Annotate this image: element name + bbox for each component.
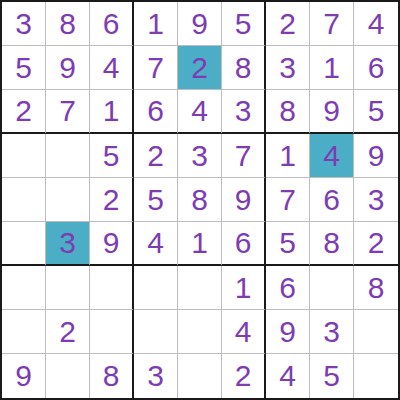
sudoku-cell-r6c4[interactable]: 4: [134, 222, 178, 266]
sudoku-cell-r5c2[interactable]: [46, 178, 90, 222]
sudoku-cell-r2c9[interactable]: 6: [354, 46, 398, 90]
sudoku-cell-r4c3[interactable]: 5: [90, 134, 134, 178]
sudoku-cell-r6c9[interactable]: 2: [354, 222, 398, 266]
sudoku-cell-r1c6[interactable]: 5: [222, 2, 266, 46]
sudoku-cell-r7c2[interactable]: [46, 266, 90, 310]
sudoku-cell-r8c3[interactable]: [90, 310, 134, 354]
sudoku-cell-r3c1[interactable]: 2: [2, 90, 46, 134]
sudoku-cell-r8c1[interactable]: [2, 310, 46, 354]
sudoku-cell-r3c7[interactable]: 8: [266, 90, 310, 134]
sudoku-cell-r5c4[interactable]: 5: [134, 178, 178, 222]
sudoku-cell-r8c9[interactable]: [354, 310, 398, 354]
sudoku-cell-r8c5[interactable]: [178, 310, 222, 354]
sudoku-cell-r5c5[interactable]: 8: [178, 178, 222, 222]
sudoku-cell-r1c7[interactable]: 2: [266, 2, 310, 46]
sudoku-cell-r6c3[interactable]: 9: [90, 222, 134, 266]
sudoku-cell-r7c6[interactable]: 1: [222, 266, 266, 310]
sudoku-cell-r2c5[interactable]: 2: [178, 46, 222, 90]
sudoku-cell-r7c9[interactable]: 8: [354, 266, 398, 310]
sudoku-cell-r2c2[interactable]: 9: [46, 46, 90, 90]
sudoku-board: 3861952745947283162716438955237149258976…: [0, 0, 400, 400]
sudoku-cell-r1c2[interactable]: 8: [46, 2, 90, 46]
sudoku-cell-r7c3[interactable]: [90, 266, 134, 310]
sudoku-cell-r9c7[interactable]: 4: [266, 354, 310, 398]
sudoku-cell-r1c5[interactable]: 9: [178, 2, 222, 46]
sudoku-cell-r4c5[interactable]: 3: [178, 134, 222, 178]
sudoku-cell-r3c5[interactable]: 4: [178, 90, 222, 134]
sudoku-cell-r4c9[interactable]: 9: [354, 134, 398, 178]
sudoku-cell-r1c9[interactable]: 4: [354, 2, 398, 46]
sudoku-cell-r9c1[interactable]: 9: [2, 354, 46, 398]
sudoku-cell-r4c7[interactable]: 1: [266, 134, 310, 178]
sudoku-cell-r9c6[interactable]: 2: [222, 354, 266, 398]
sudoku-cell-r3c9[interactable]: 5: [354, 90, 398, 134]
sudoku-cell-r7c1[interactable]: [2, 266, 46, 310]
sudoku-cell-r2c7[interactable]: 3: [266, 46, 310, 90]
sudoku-cell-r4c8[interactable]: 4: [310, 134, 354, 178]
sudoku-cell-r2c4[interactable]: 7: [134, 46, 178, 90]
sudoku-cell-r1c8[interactable]: 7: [310, 2, 354, 46]
sudoku-cell-r9c2[interactable]: [46, 354, 90, 398]
sudoku-cell-r8c6[interactable]: 4: [222, 310, 266, 354]
sudoku-cell-r8c2[interactable]: 2: [46, 310, 90, 354]
sudoku-cell-r1c1[interactable]: 3: [2, 2, 46, 46]
sudoku-cell-r6c1[interactable]: [2, 222, 46, 266]
sudoku-cell-r6c7[interactable]: 5: [266, 222, 310, 266]
sudoku-cell-r3c2[interactable]: 7: [46, 90, 90, 134]
sudoku-cell-r9c4[interactable]: 3: [134, 354, 178, 398]
sudoku-cell-r5c3[interactable]: 2: [90, 178, 134, 222]
sudoku-cell-r1c3[interactable]: 6: [90, 2, 134, 46]
sudoku-cell-r5c1[interactable]: [2, 178, 46, 222]
sudoku-cell-r5c9[interactable]: 3: [354, 178, 398, 222]
sudoku-cell-r6c2[interactable]: 3: [46, 222, 90, 266]
sudoku-cell-r2c8[interactable]: 1: [310, 46, 354, 90]
sudoku-cell-r9c9[interactable]: [354, 354, 398, 398]
sudoku-cell-r7c4[interactable]: [134, 266, 178, 310]
sudoku-cell-r9c3[interactable]: 8: [90, 354, 134, 398]
sudoku-cell-r2c3[interactable]: 4: [90, 46, 134, 90]
sudoku-cell-r7c7[interactable]: 6: [266, 266, 310, 310]
sudoku-cell-r4c2[interactable]: [46, 134, 90, 178]
sudoku-cell-r3c4[interactable]: 6: [134, 90, 178, 134]
sudoku-cell-r2c6[interactable]: 8: [222, 46, 266, 90]
sudoku-cell-r5c8[interactable]: 6: [310, 178, 354, 222]
sudoku-cell-r3c3[interactable]: 1: [90, 90, 134, 134]
sudoku-cell-r6c6[interactable]: 6: [222, 222, 266, 266]
sudoku-cell-r8c7[interactable]: 9: [266, 310, 310, 354]
sudoku-cell-r4c6[interactable]: 7: [222, 134, 266, 178]
sudoku-cell-r8c8[interactable]: 3: [310, 310, 354, 354]
sudoku-cell-r4c4[interactable]: 2: [134, 134, 178, 178]
sudoku-cell-r4c1[interactable]: [2, 134, 46, 178]
sudoku-cell-r6c8[interactable]: 8: [310, 222, 354, 266]
sudoku-cell-r1c4[interactable]: 1: [134, 2, 178, 46]
sudoku-cell-r8c4[interactable]: [134, 310, 178, 354]
sudoku-cell-r3c8[interactable]: 9: [310, 90, 354, 134]
sudoku-cell-r7c8[interactable]: [310, 266, 354, 310]
sudoku-cell-r5c6[interactable]: 9: [222, 178, 266, 222]
sudoku-cell-r3c6[interactable]: 3: [222, 90, 266, 134]
sudoku-cell-r9c8[interactable]: 5: [310, 354, 354, 398]
sudoku-cell-r2c1[interactable]: 5: [2, 46, 46, 90]
sudoku-cell-r7c5[interactable]: [178, 266, 222, 310]
sudoku-cell-r5c7[interactable]: 7: [266, 178, 310, 222]
sudoku-cell-r6c5[interactable]: 1: [178, 222, 222, 266]
sudoku-cell-r9c5[interactable]: [178, 354, 222, 398]
